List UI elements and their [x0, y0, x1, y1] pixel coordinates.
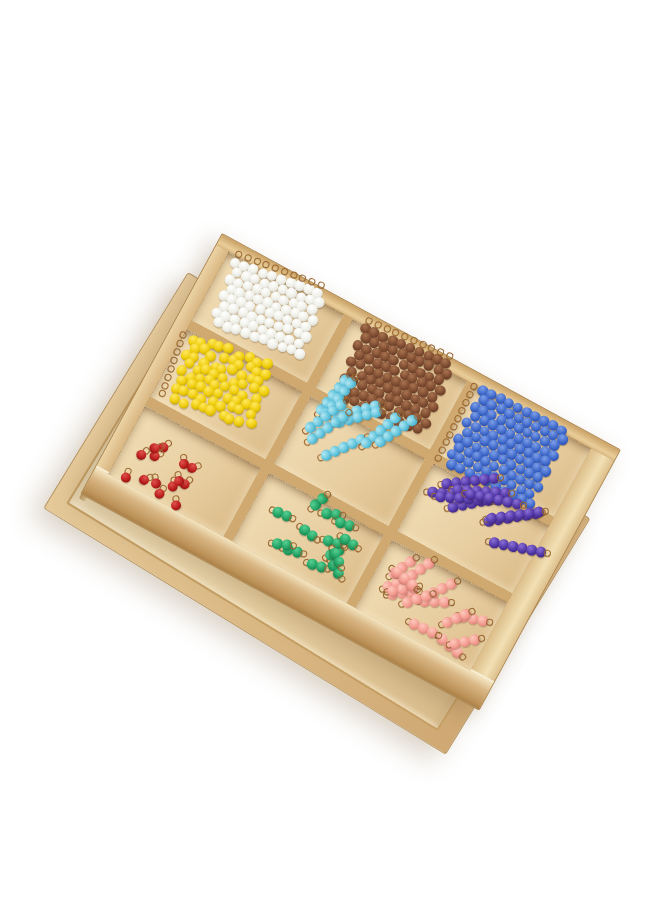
- wire-loop-icon: [448, 599, 455, 606]
- bead: [320, 507, 332, 519]
- unit-bead: [170, 495, 181, 511]
- bead-bar: [447, 633, 484, 651]
- wire-loop-icon: [433, 454, 442, 463]
- bead-bar: [270, 538, 296, 551]
- wire-loop-icon: [478, 634, 486, 642]
- bead: [293, 347, 307, 361]
- bead: [245, 416, 258, 429]
- bead-bar: [296, 522, 322, 546]
- bead-bar: [332, 515, 359, 533]
- wire-loop-icon: [354, 543, 364, 553]
- bead-bar: [405, 615, 442, 640]
- wire-loop-icon: [449, 422, 458, 431]
- unit-bead: [172, 470, 185, 487]
- bead-bar: [269, 504, 296, 523]
- wire-loop-icon: [288, 514, 297, 523]
- product-photo: [0, 0, 660, 904]
- bead-bar: [486, 536, 550, 559]
- wire-loop-icon: [458, 652, 468, 662]
- wire-loop-icon: [167, 364, 176, 373]
- wire-loop-icon: [164, 372, 173, 381]
- wire-loop-icon: [541, 507, 549, 515]
- wire-loop-icon: [158, 389, 167, 398]
- wire-loop-icon: [161, 380, 170, 389]
- wire-loop-icon: [457, 406, 466, 415]
- wire-loop-icon: [178, 330, 187, 339]
- wire-loop-icon: [337, 574, 347, 584]
- bead: [170, 500, 181, 511]
- wire-loop-icon: [175, 338, 184, 347]
- bead-box: [80, 233, 621, 711]
- wire-loop-icon: [486, 618, 494, 626]
- wire-loop-icon: [352, 523, 361, 532]
- wire-loop-icon: [169, 355, 178, 364]
- unit-bead: [120, 467, 134, 484]
